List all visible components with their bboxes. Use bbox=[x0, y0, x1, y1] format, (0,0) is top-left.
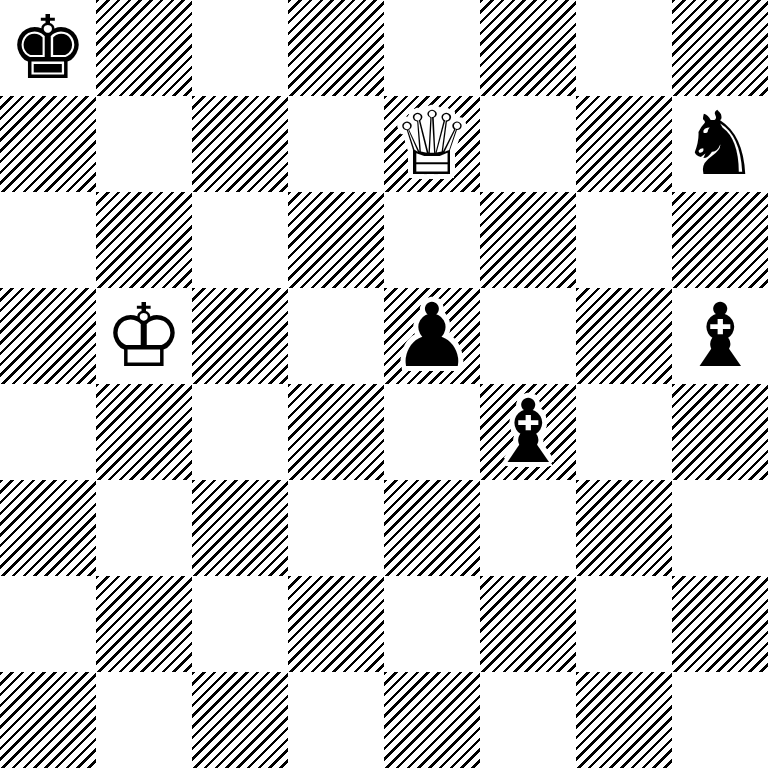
square-a1[interactable] bbox=[0, 672, 96, 768]
chess-board: ♚♛♕♞♚♔♟♝♝ bbox=[0, 0, 768, 768]
square-e8[interactable] bbox=[384, 0, 480, 96]
square-a7[interactable] bbox=[0, 96, 96, 192]
square-b2[interactable] bbox=[96, 576, 192, 672]
square-g3[interactable] bbox=[576, 480, 672, 576]
square-g5[interactable] bbox=[576, 288, 672, 384]
square-b1[interactable] bbox=[96, 672, 192, 768]
square-g1[interactable] bbox=[576, 672, 672, 768]
square-b6[interactable] bbox=[96, 192, 192, 288]
square-c1[interactable] bbox=[192, 672, 288, 768]
square-h2[interactable] bbox=[672, 576, 768, 672]
square-a6[interactable] bbox=[0, 192, 96, 288]
square-d1[interactable] bbox=[288, 672, 384, 768]
square-c8[interactable] bbox=[192, 0, 288, 96]
square-e3[interactable] bbox=[384, 480, 480, 576]
square-c5[interactable] bbox=[192, 288, 288, 384]
square-g4[interactable] bbox=[576, 384, 672, 480]
square-g8[interactable] bbox=[576, 0, 672, 96]
square-e4[interactable] bbox=[384, 384, 480, 480]
square-a5[interactable] bbox=[0, 288, 96, 384]
square-e2[interactable] bbox=[384, 576, 480, 672]
square-c6[interactable] bbox=[192, 192, 288, 288]
square-e1[interactable] bbox=[384, 672, 480, 768]
square-g2[interactable] bbox=[576, 576, 672, 672]
square-h4[interactable] bbox=[672, 384, 768, 480]
white-queen: ♕ bbox=[384, 96, 480, 192]
square-e7[interactable]: ♛♕ bbox=[384, 96, 480, 192]
square-b8[interactable] bbox=[96, 0, 192, 96]
square-d2[interactable] bbox=[288, 576, 384, 672]
square-e5[interactable]: ♟ bbox=[384, 288, 480, 384]
black-bishop: ♝ bbox=[480, 384, 576, 480]
square-d4[interactable] bbox=[288, 384, 384, 480]
square-b4[interactable] bbox=[96, 384, 192, 480]
black-pawn: ♟ bbox=[384, 288, 480, 384]
square-h7[interactable]: ♞ bbox=[672, 96, 768, 192]
square-d3[interactable] bbox=[288, 480, 384, 576]
square-a4[interactable] bbox=[0, 384, 96, 480]
square-c2[interactable] bbox=[192, 576, 288, 672]
square-f3[interactable] bbox=[480, 480, 576, 576]
square-e6[interactable] bbox=[384, 192, 480, 288]
square-a3[interactable] bbox=[0, 480, 96, 576]
black-knight: ♞ bbox=[672, 96, 768, 192]
black-bishop: ♝ bbox=[672, 288, 768, 384]
square-h8[interactable] bbox=[672, 0, 768, 96]
square-f8[interactable] bbox=[480, 0, 576, 96]
square-f7[interactable] bbox=[480, 96, 576, 192]
square-g7[interactable] bbox=[576, 96, 672, 192]
square-c7[interactable] bbox=[192, 96, 288, 192]
square-c4[interactable] bbox=[192, 384, 288, 480]
square-a2[interactable] bbox=[0, 576, 96, 672]
square-d6[interactable] bbox=[288, 192, 384, 288]
square-d7[interactable] bbox=[288, 96, 384, 192]
square-d8[interactable] bbox=[288, 0, 384, 96]
square-f5[interactable] bbox=[480, 288, 576, 384]
white-king-fill: ♚ bbox=[96, 288, 192, 384]
square-h1[interactable] bbox=[672, 672, 768, 768]
square-f1[interactable] bbox=[480, 672, 576, 768]
square-h6[interactable] bbox=[672, 192, 768, 288]
white-king: ♔ bbox=[96, 288, 192, 384]
square-f6[interactable] bbox=[480, 192, 576, 288]
square-h3[interactable] bbox=[672, 480, 768, 576]
square-d5[interactable] bbox=[288, 288, 384, 384]
square-b5[interactable]: ♚♔ bbox=[96, 288, 192, 384]
white-queen-fill: ♛ bbox=[384, 96, 480, 192]
square-b7[interactable] bbox=[96, 96, 192, 192]
black-king: ♚ bbox=[0, 0, 96, 96]
square-g6[interactable] bbox=[576, 192, 672, 288]
square-a8[interactable]: ♚ bbox=[0, 0, 96, 96]
square-h5[interactable]: ♝ bbox=[672, 288, 768, 384]
square-f4[interactable]: ♝ bbox=[480, 384, 576, 480]
square-f2[interactable] bbox=[480, 576, 576, 672]
square-c3[interactable] bbox=[192, 480, 288, 576]
square-b3[interactable] bbox=[96, 480, 192, 576]
